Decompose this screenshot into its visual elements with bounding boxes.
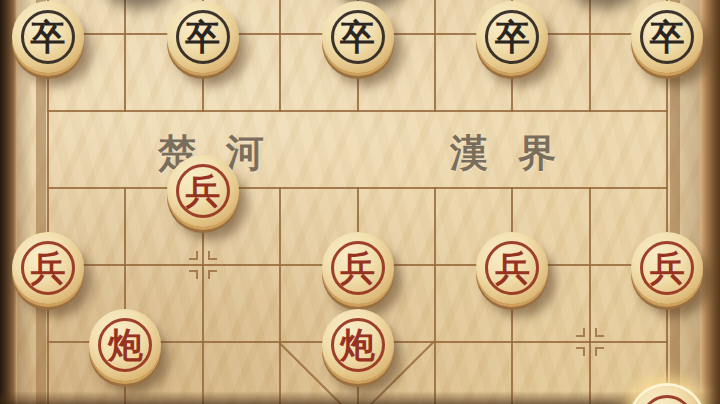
piece-black-soldier[interactable]: 卒: [631, 1, 703, 73]
piece-character: 卒: [476, 1, 548, 73]
xiangqi-board[interactable]: 楚河 漢界 卒卒卒卒卒兵兵兵兵兵炮炮車: [0, 0, 720, 404]
piece-black-soldier[interactable]: 卒: [476, 1, 548, 73]
point-marker-bracket: [189, 251, 198, 260]
piece-character: 兵: [476, 232, 548, 304]
point-marker-bracket: [595, 328, 604, 337]
piece-red-soldier[interactable]: 兵: [12, 232, 84, 304]
piece-black-soldier[interactable]: 卒: [12, 1, 84, 73]
piece-red-soldier[interactable]: 兵: [322, 232, 394, 304]
piece-red-soldier[interactable]: 兵: [167, 155, 239, 227]
piece-character: 兵: [631, 232, 703, 304]
piece-character: 兵: [322, 232, 394, 304]
piece-black-soldier[interactable]: 卒: [322, 1, 394, 73]
point-marker-bracket: [189, 270, 198, 279]
piece-black-soldier[interactable]: 卒: [167, 1, 239, 73]
piece-character: 兵: [167, 155, 239, 227]
piece-red-chariot[interactable]: 車: [631, 386, 703, 404]
piece-red-soldier[interactable]: 兵: [476, 232, 548, 304]
board-frame-bottom-shade: [0, 391, 720, 404]
piece-character: 卒: [12, 1, 84, 73]
point-marker-bracket: [595, 347, 604, 356]
piece-red-soldier[interactable]: 兵: [631, 232, 703, 304]
point-marker-bracket: [576, 328, 585, 337]
piece-character: 炮: [89, 309, 161, 381]
piece-character: 卒: [631, 1, 703, 73]
point-marker-bracket: [208, 251, 217, 260]
piece-character: 炮: [322, 309, 394, 381]
point-marker-bracket: [208, 270, 217, 279]
offscreen-piece-shadow: [102, 0, 176, 9]
piece-character: 卒: [167, 1, 239, 73]
piece-character: 車: [631, 386, 703, 404]
offscreen-piece-shadow: [567, 0, 641, 9]
piece-red-cannon[interactable]: 炮: [89, 309, 161, 381]
point-marker-bracket: [576, 347, 585, 356]
piece-character: 卒: [322, 1, 394, 73]
piece-red-cannon[interactable]: 炮: [322, 309, 394, 381]
river-label-right: 漢界: [450, 128, 586, 179]
piece-character: 兵: [12, 232, 84, 304]
